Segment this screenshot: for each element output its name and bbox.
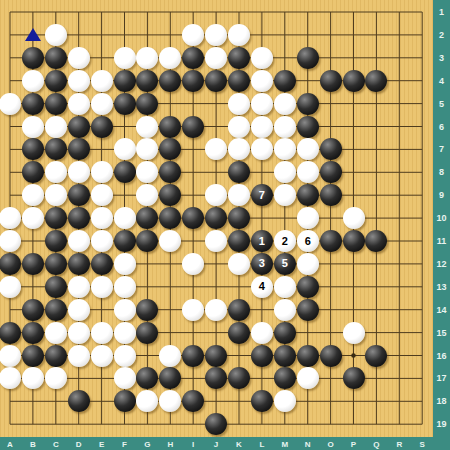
stone-white-N10 — [297, 207, 319, 229]
stone-white-B4 — [22, 70, 44, 92]
stone-black-D10 — [68, 207, 90, 229]
stone-black-H4 — [159, 70, 181, 92]
stone-white-M6 — [274, 116, 296, 138]
stone-white-E16 — [91, 345, 113, 367]
stone-black-D9 — [68, 184, 90, 206]
row-label-7: 7 — [439, 144, 444, 154]
row-label-6: 6 — [439, 122, 444, 132]
column-label-N: N — [305, 439, 311, 448]
move-number: 1 — [259, 236, 265, 247]
stone-white-F16 — [114, 345, 136, 367]
stone-black-C16 — [45, 345, 67, 367]
stone-white-F7 — [114, 138, 136, 160]
stone-white-D5 — [68, 93, 90, 115]
stone-white-C6 — [45, 116, 67, 138]
triangle-marker — [25, 28, 41, 41]
stone-black-M12: 5 — [274, 253, 296, 275]
stone-black-C4 — [45, 70, 67, 92]
stone-white-C15 — [45, 322, 67, 344]
column-label-G: G — [144, 439, 150, 448]
stone-black-C10 — [45, 207, 67, 229]
move-number: 6 — [305, 236, 311, 247]
row-coordinate-strip: 12345678910111213141516171819 — [433, 0, 450, 450]
stone-white-H16 — [159, 345, 181, 367]
stone-black-B15 — [22, 322, 44, 344]
stone-black-C3 — [45, 47, 67, 69]
row-label-17: 17 — [436, 373, 446, 383]
stone-white-J2 — [205, 24, 227, 46]
column-label-D: D — [76, 439, 82, 448]
stone-white-D8 — [68, 161, 90, 183]
stone-white-A13 — [0, 276, 21, 298]
stone-white-M8 — [274, 161, 296, 183]
stone-white-L3 — [251, 47, 273, 69]
row-label-9: 9 — [439, 190, 444, 200]
stone-black-K4 — [228, 70, 250, 92]
stone-white-J11 — [205, 230, 227, 252]
go-board[interactable]: 7126354 — [0, 0, 433, 437]
stone-white-J3 — [205, 47, 227, 69]
stone-white-C8 — [45, 161, 67, 183]
row-label-8: 8 — [439, 167, 444, 177]
move-number: 3 — [259, 258, 265, 269]
stone-black-O9 — [320, 184, 342, 206]
stone-black-F11 — [114, 230, 136, 252]
stone-white-I12 — [182, 253, 204, 275]
stone-black-Q16 — [365, 345, 387, 367]
stone-black-P11 — [343, 230, 365, 252]
row-label-13: 13 — [436, 282, 446, 292]
column-label-Q: Q — [373, 439, 379, 448]
column-label-F: F — [122, 439, 127, 448]
stone-black-L9: 7 — [251, 184, 273, 206]
stone-white-M13 — [274, 276, 296, 298]
stone-white-M9 — [274, 184, 296, 206]
stone-white-L15 — [251, 322, 273, 344]
stone-white-M14 — [274, 299, 296, 321]
column-label-R: R — [396, 439, 402, 448]
stone-white-D3 — [68, 47, 90, 69]
stone-black-L16 — [251, 345, 273, 367]
stone-white-G6 — [136, 116, 158, 138]
stone-black-C12 — [45, 253, 67, 275]
stone-black-I3 — [182, 47, 204, 69]
stone-white-J14 — [205, 299, 227, 321]
column-label-P: P — [351, 439, 356, 448]
stone-black-N16 — [297, 345, 319, 367]
stone-white-E13 — [91, 276, 113, 298]
stone-black-O4 — [320, 70, 342, 92]
stone-white-L6 — [251, 116, 273, 138]
stone-white-M11: 2 — [274, 230, 296, 252]
stone-black-I6 — [182, 116, 204, 138]
stone-black-P17 — [343, 367, 365, 389]
stone-black-F4 — [114, 70, 136, 92]
row-label-2: 2 — [439, 30, 444, 40]
stone-black-I4 — [182, 70, 204, 92]
stone-black-D7 — [68, 138, 90, 160]
stone-black-N6 — [297, 116, 319, 138]
move-number: 7 — [259, 190, 265, 201]
stone-white-B9 — [22, 184, 44, 206]
stone-black-A12 — [0, 253, 21, 275]
stone-white-M5 — [274, 93, 296, 115]
stone-black-O7 — [320, 138, 342, 160]
column-label-B: B — [30, 439, 36, 448]
stone-black-M15 — [274, 322, 296, 344]
column-label-S: S — [420, 439, 425, 448]
stone-white-D14 — [68, 299, 90, 321]
stone-white-B6 — [22, 116, 44, 138]
stone-white-M18 — [274, 390, 296, 412]
stone-black-G4 — [136, 70, 158, 92]
stone-black-K14 — [228, 299, 250, 321]
stone-white-E8 — [91, 161, 113, 183]
stone-black-K3 — [228, 47, 250, 69]
stone-white-K6 — [228, 116, 250, 138]
stone-white-N17 — [297, 367, 319, 389]
row-label-5: 5 — [439, 99, 444, 109]
stone-black-D6 — [68, 116, 90, 138]
stone-black-B3 — [22, 47, 44, 69]
stone-white-E15 — [91, 322, 113, 344]
stone-black-E12 — [91, 253, 113, 275]
row-label-18: 18 — [436, 396, 446, 406]
stone-black-F8 — [114, 161, 136, 183]
stone-white-B10 — [22, 207, 44, 229]
stone-white-D11 — [68, 230, 90, 252]
move-number: 2 — [282, 236, 288, 247]
stone-white-F10 — [114, 207, 136, 229]
stone-white-L5 — [251, 93, 273, 115]
row-label-4: 4 — [439, 76, 444, 86]
stone-black-C5 — [45, 93, 67, 115]
stone-white-E9 — [91, 184, 113, 206]
stone-black-K15 — [228, 322, 250, 344]
stone-black-N13 — [297, 276, 319, 298]
stone-black-E6 — [91, 116, 113, 138]
stone-black-F5 — [114, 93, 136, 115]
stone-white-D16 — [68, 345, 90, 367]
stone-black-B16 — [22, 345, 44, 367]
stone-white-F13 — [114, 276, 136, 298]
stone-black-I16 — [182, 345, 204, 367]
stone-black-M16 — [274, 345, 296, 367]
stone-white-F12 — [114, 253, 136, 275]
row-label-11: 11 — [437, 236, 447, 246]
stone-white-F15 — [114, 322, 136, 344]
stone-white-F14 — [114, 299, 136, 321]
stone-white-L4 — [251, 70, 273, 92]
row-label-3: 3 — [439, 53, 444, 63]
stone-white-I2 — [182, 24, 204, 46]
stone-white-E10 — [91, 207, 113, 229]
row-label-16: 16 — [436, 351, 446, 361]
stone-black-P4 — [343, 70, 365, 92]
stone-white-K12 — [228, 253, 250, 275]
column-label-E: E — [99, 439, 104, 448]
column-label-O: O — [327, 439, 333, 448]
stone-black-G14 — [136, 299, 158, 321]
stone-black-K10 — [228, 207, 250, 229]
stone-black-L11: 1 — [251, 230, 273, 252]
stone-white-D13 — [68, 276, 90, 298]
column-label-A: A — [7, 439, 13, 448]
stone-white-P15 — [343, 322, 365, 344]
row-label-1: 1 — [439, 7, 444, 17]
stone-white-D4 — [68, 70, 90, 92]
stone-black-J4 — [205, 70, 227, 92]
stone-black-N14 — [297, 299, 319, 321]
stone-black-N5 — [297, 93, 319, 115]
stone-black-B14 — [22, 299, 44, 321]
column-label-M: M — [281, 439, 288, 448]
column-coordinate-strip: ABCDEFGHIJKLMNOPQRS — [0, 437, 433, 450]
stone-black-C11 — [45, 230, 67, 252]
stone-white-N11: 6 — [297, 230, 319, 252]
stone-black-B5 — [22, 93, 44, 115]
stone-white-K2 — [228, 24, 250, 46]
stone-white-P10 — [343, 207, 365, 229]
stone-black-G5 — [136, 93, 158, 115]
stone-white-F3 — [114, 47, 136, 69]
stone-white-L13: 4 — [251, 276, 273, 298]
go-app-window: 7126354 12345678910111213141516171819 AB… — [0, 0, 450, 450]
row-label-15: 15 — [436, 328, 446, 338]
stone-white-E11 — [91, 230, 113, 252]
stone-black-G15 — [136, 322, 158, 344]
stone-white-C2 — [45, 24, 67, 46]
move-number: 4 — [259, 281, 265, 292]
stone-black-L12: 3 — [251, 253, 273, 275]
row-label-14: 14 — [436, 305, 446, 315]
stone-black-A15 — [0, 322, 21, 344]
stone-white-E5 — [91, 93, 113, 115]
stone-black-O11 — [320, 230, 342, 252]
stone-black-D18 — [68, 390, 90, 412]
stone-black-D12 — [68, 253, 90, 275]
stone-black-K11 — [228, 230, 250, 252]
stone-white-N7 — [297, 138, 319, 160]
stone-white-N12 — [297, 253, 319, 275]
row-label-12: 12 — [436, 259, 446, 269]
star-point — [351, 353, 356, 358]
column-label-C: C — [53, 439, 59, 448]
row-label-10: 10 — [436, 213, 446, 223]
stone-white-C9 — [45, 184, 67, 206]
row-label-19: 19 — [436, 419, 446, 429]
stone-black-M4 — [274, 70, 296, 92]
column-label-J: J — [214, 439, 218, 448]
column-label-H: H — [167, 439, 173, 448]
stone-black-O8 — [320, 161, 342, 183]
column-label-I: I — [192, 439, 194, 448]
stone-white-N8 — [297, 161, 319, 183]
stone-white-I14 — [182, 299, 204, 321]
stone-black-C13 — [45, 276, 67, 298]
stone-white-K5 — [228, 93, 250, 115]
stone-white-H3 — [159, 47, 181, 69]
stone-black-C14 — [45, 299, 67, 321]
stone-black-Q4 — [365, 70, 387, 92]
stone-white-A11 — [0, 230, 21, 252]
stone-white-F17 — [114, 367, 136, 389]
stone-black-N9 — [297, 184, 319, 206]
column-label-L: L — [259, 439, 264, 448]
move-number: 5 — [282, 258, 288, 269]
stone-black-N3 — [297, 47, 319, 69]
stone-black-O16 — [320, 345, 342, 367]
stone-white-E4 — [91, 70, 113, 92]
stone-white-D15 — [68, 322, 90, 344]
stone-white-A16 — [0, 345, 21, 367]
stone-black-H6 — [159, 116, 181, 138]
stone-black-F18 — [114, 390, 136, 412]
stone-black-B12 — [22, 253, 44, 275]
column-label-K: K — [236, 439, 242, 448]
stone-white-A5 — [0, 93, 21, 115]
stone-black-J16 — [205, 345, 227, 367]
